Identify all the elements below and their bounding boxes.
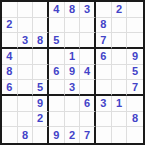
cell-r5c4-given[interactable]: 6 [49,65,65,81]
cell-r7c9-empty[interactable] [127,96,143,112]
cell-r1c3-empty[interactable] [33,2,49,18]
cell-r1c1-empty[interactable] [2,2,18,18]
cell-r3c9-empty[interactable] [127,33,143,49]
cell-r1c6-given[interactable]: 3 [80,2,96,18]
cell-r4c4-empty[interactable] [49,49,65,65]
cell-r9c9-empty[interactable] [127,127,143,143]
cell-r3c3-given[interactable]: 8 [33,33,49,49]
cell-r4c8-empty[interactable] [112,49,128,65]
cell-r1c4-given[interactable]: 4 [49,2,65,18]
cell-r9c7-empty[interactable] [96,127,112,143]
cell-r4c5-given[interactable]: 1 [65,49,81,65]
cell-r8c3-given[interactable]: 2 [33,112,49,128]
cell-r6c8-empty[interactable] [112,80,128,96]
cell-r3c2-given[interactable]: 3 [18,33,34,49]
cell-r2c1-given[interactable]: 2 [2,18,18,34]
cell-r2c6-empty[interactable] [80,18,96,34]
cell-r2c9-empty[interactable] [127,18,143,34]
cell-r3c5-empty[interactable] [65,33,81,49]
cell-r9c6-given[interactable]: 7 [80,127,96,143]
cell-r5c6-given[interactable]: 4 [80,65,96,81]
cell-r9c3-empty[interactable] [33,127,49,143]
cell-r7c7-given[interactable]: 3 [96,96,112,112]
cell-r8c7-empty[interactable] [96,112,112,128]
cell-r2c4-empty[interactable] [49,18,65,34]
cell-r6c5-given[interactable]: 3 [65,80,81,96]
cell-r5c8-empty[interactable] [112,65,128,81]
cell-r4c1-given[interactable]: 4 [2,49,18,65]
cell-r4c9-given[interactable]: 9 [127,49,143,65]
cell-r4c2-empty[interactable] [18,49,34,65]
cell-r2c5-empty[interactable] [65,18,81,34]
cell-r5c5-given[interactable]: 9 [65,65,81,81]
cell-r3c8-empty[interactable] [112,33,128,49]
cell-r1c9-empty[interactable] [127,2,143,18]
cell-r8c5-empty[interactable] [65,112,81,128]
cell-r7c5-empty[interactable] [65,96,81,112]
sudoku-board: 483228385741698694565379631288927 [0,0,145,145]
cell-r3c7-given[interactable]: 7 [96,33,112,49]
cell-r8c6-empty[interactable] [80,112,96,128]
cell-r2c7-given[interactable]: 8 [96,18,112,34]
cell-r8c9-given[interactable]: 8 [127,112,143,128]
cell-r4c6-empty[interactable] [80,49,96,65]
cell-r5c9-given[interactable]: 5 [127,65,143,81]
cell-r7c4-empty[interactable] [49,96,65,112]
cell-r2c3-empty[interactable] [33,18,49,34]
cell-r8c1-empty[interactable] [2,112,18,128]
cell-r7c6-given[interactable]: 6 [80,96,96,112]
cell-r2c8-empty[interactable] [112,18,128,34]
cell-r9c5-given[interactable]: 2 [65,127,81,143]
cell-r1c2-empty[interactable] [18,2,34,18]
cell-r5c3-empty[interactable] [33,65,49,81]
cell-r5c1-given[interactable]: 8 [2,65,18,81]
cell-r9c4-given[interactable]: 9 [49,127,65,143]
cell-r9c1-empty[interactable] [2,127,18,143]
cell-r7c3-given[interactable]: 9 [33,96,49,112]
cell-r7c2-empty[interactable] [18,96,34,112]
cell-r6c6-empty[interactable] [80,80,96,96]
cell-r8c8-empty[interactable] [112,112,128,128]
cell-r6c3-given[interactable]: 5 [33,80,49,96]
cell-r7c8-given[interactable]: 1 [112,96,128,112]
cell-r6c9-given[interactable]: 7 [127,80,143,96]
cell-r4c7-given[interactable]: 6 [96,49,112,65]
cell-r6c4-empty[interactable] [49,80,65,96]
cell-r6c2-empty[interactable] [18,80,34,96]
cell-r3c4-given[interactable]: 5 [49,33,65,49]
cell-r9c8-empty[interactable] [112,127,128,143]
cell-r8c4-empty[interactable] [49,112,65,128]
cell-r6c7-empty[interactable] [96,80,112,96]
cell-r1c5-given[interactable]: 8 [65,2,81,18]
cell-r7c1-empty[interactable] [2,96,18,112]
cell-r5c2-empty[interactable] [18,65,34,81]
cell-r9c2-given[interactable]: 8 [18,127,34,143]
cell-r1c8-given[interactable]: 2 [112,2,128,18]
cell-r1c7-empty[interactable] [96,2,112,18]
cell-r3c6-empty[interactable] [80,33,96,49]
cell-r5c7-empty[interactable] [96,65,112,81]
cell-r2c2-empty[interactable] [18,18,34,34]
cell-r8c2-empty[interactable] [18,112,34,128]
cell-r3c1-empty[interactable] [2,33,18,49]
cell-r4c3-empty[interactable] [33,49,49,65]
cell-r6c1-given[interactable]: 6 [2,80,18,96]
